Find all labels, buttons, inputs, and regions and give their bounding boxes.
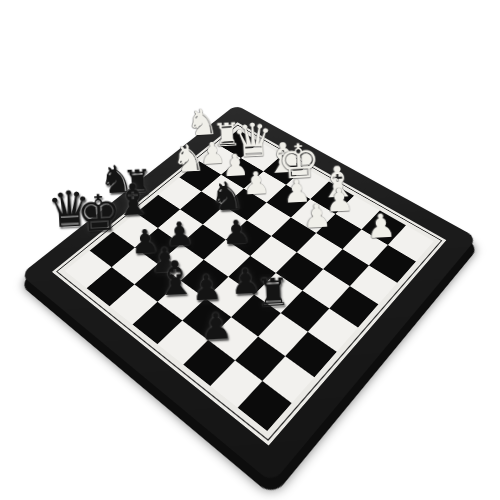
chess-board: ♞♜♛♝♚♟♝♟♞♟♟♟♟♟♞♜♞♝♟♟♚♛♟♟♟♜♟♝♟ xyxy=(20,105,477,483)
pawn-icon: ♟ xyxy=(170,268,243,307)
board-lean-wrapper: ♞♜♛♝♚♟♝♟♞♟♟♟♟♟♞♜♞♝♟♟♚♛♟♟♟♜♟♝♟ xyxy=(0,0,500,500)
product-photo-scene: ♞♜♛♝♚♟♝♟♞♟♟♟♟♟♞♜♞♝♟♟♚♛♟♟♟♜♟♝♟ xyxy=(0,0,500,500)
pawn-icon: ♟ xyxy=(177,306,253,347)
board-frame: ♞♜♛♝♚♟♝♟♞♟♟♟♟♟♞♜♞♝♟♟♚♛♟♟♟♜♟♝♟ xyxy=(20,105,477,483)
perspective-stage: ♞♜♛♝♚♟♝♟♞♟♟♟♟♟♞♜♞♝♟♟♚♛♟♟♟♜♟♝♟ xyxy=(0,0,500,500)
